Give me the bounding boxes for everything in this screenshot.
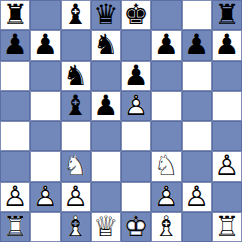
piece-fill: ♟ (182, 30, 212, 60)
square-h2[interactable] (212, 182, 242, 212)
square-h1[interactable]: ♜♖ (212, 212, 242, 242)
piece-white-knight[interactable]: ♞♘ (61, 151, 91, 181)
piece-outline: ♘ (61, 151, 91, 181)
piece-fill: ♟ (30, 30, 60, 60)
square-f3[interactable]: ♞♘ (151, 151, 181, 181)
piece-white-bishop[interactable]: ♝♗ (151, 212, 181, 242)
piece-outline: ♕ (91, 212, 121, 242)
square-d3[interactable] (91, 151, 121, 181)
square-d1[interactable]: ♛♕ (91, 212, 121, 242)
square-b3[interactable] (30, 151, 60, 181)
piece-fill: ♟ (0, 30, 30, 60)
piece-white-pawn[interactable]: ♟♙ (212, 151, 242, 181)
square-f7[interactable]: ♟ (151, 30, 181, 60)
piece-black-knight[interactable]: ♞ (91, 30, 121, 60)
piece-outline: ♖ (212, 212, 242, 242)
square-h8[interactable]: ♜ (212, 0, 242, 30)
square-f2[interactable]: ♟♙ (151, 182, 181, 212)
square-e1[interactable]: ♚♔ (121, 212, 151, 242)
square-e5[interactable]: ♟♙ (121, 91, 151, 121)
square-b1[interactable] (30, 212, 60, 242)
piece-outline: ♗ (151, 212, 181, 242)
piece-black-queen[interactable]: ♛ (91, 0, 121, 30)
square-c3[interactable]: ♞♘ (61, 151, 91, 181)
square-d5[interactable]: ♟ (91, 91, 121, 121)
square-g3[interactable] (182, 151, 212, 181)
square-h7[interactable]: ♟ (212, 30, 242, 60)
square-g2[interactable]: ♟♙ (182, 182, 212, 212)
square-c7[interactable] (61, 30, 91, 60)
square-e3[interactable] (121, 151, 151, 181)
piece-white-queen[interactable]: ♛♕ (91, 212, 121, 242)
square-b7[interactable]: ♟ (30, 30, 60, 60)
square-d4[interactable] (91, 121, 121, 151)
square-g8[interactable] (182, 0, 212, 30)
square-b4[interactable] (30, 121, 60, 151)
square-h4[interactable] (212, 121, 242, 151)
square-f8[interactable] (151, 0, 181, 30)
piece-fill: ♟ (91, 91, 121, 121)
square-b8[interactable] (30, 0, 60, 30)
square-g7[interactable]: ♟ (182, 30, 212, 60)
piece-white-pawn[interactable]: ♟♙ (151, 182, 181, 212)
piece-outline: ♙ (151, 182, 181, 212)
piece-black-pawn[interactable]: ♟ (212, 30, 242, 60)
piece-white-pawn[interactable]: ♟♙ (182, 182, 212, 212)
square-f1[interactable]: ♝♗ (151, 212, 181, 242)
square-a4[interactable] (0, 121, 30, 151)
square-a3[interactable] (0, 151, 30, 181)
square-f6[interactable] (151, 61, 181, 91)
square-c6[interactable]: ♞ (61, 61, 91, 91)
piece-black-rook[interactable]: ♜ (212, 0, 242, 30)
square-c2[interactable]: ♟♙ (61, 182, 91, 212)
piece-outline: ♙ (212, 151, 242, 181)
piece-black-pawn[interactable]: ♟ (91, 91, 121, 121)
chess-board: ♜♝♛♚♜♟♟♞♟♟♟♞♟♝♟♟♙♞♘♞♘♟♙♟♙♟♙♟♙♟♙♟♙♜♖♝♗♛♕♚… (0, 0, 242, 242)
square-c5[interactable]: ♝ (61, 91, 91, 121)
piece-fill: ♜ (0, 0, 30, 30)
square-a2[interactable]: ♟♙ (0, 182, 30, 212)
piece-fill: ♟ (121, 61, 151, 91)
piece-black-bishop[interactable]: ♝ (61, 91, 91, 121)
square-a1[interactable]: ♜♖ (0, 212, 30, 242)
piece-white-pawn[interactable]: ♟♙ (30, 182, 60, 212)
piece-outline: ♙ (61, 182, 91, 212)
square-a6[interactable] (0, 61, 30, 91)
square-e7[interactable] (121, 30, 151, 60)
piece-white-pawn[interactable]: ♟♙ (61, 182, 91, 212)
piece-fill: ♞ (91, 30, 121, 60)
square-f5[interactable] (151, 91, 181, 121)
piece-black-knight[interactable]: ♞ (61, 61, 91, 91)
piece-white-bishop[interactable]: ♝♗ (61, 212, 91, 242)
piece-outline: ♙ (121, 91, 151, 121)
piece-white-rook[interactable]: ♜♖ (0, 212, 30, 242)
square-e6[interactable]: ♟ (121, 61, 151, 91)
piece-fill: ♝ (61, 0, 91, 30)
square-c4[interactable] (61, 121, 91, 151)
square-f4[interactable] (151, 121, 181, 151)
square-e2[interactable] (121, 182, 151, 212)
square-e4[interactable] (121, 121, 151, 151)
square-d7[interactable]: ♞ (91, 30, 121, 60)
square-d8[interactable]: ♛ (91, 0, 121, 30)
piece-outline: ♔ (121, 212, 151, 242)
piece-black-pawn[interactable]: ♟ (121, 61, 151, 91)
square-g4[interactable] (182, 121, 212, 151)
piece-outline: ♙ (182, 182, 212, 212)
piece-black-pawn[interactable]: ♟ (30, 30, 60, 60)
square-a5[interactable] (0, 91, 30, 121)
piece-outline: ♙ (0, 182, 30, 212)
piece-black-king[interactable]: ♚ (121, 0, 151, 30)
piece-white-rook[interactable]: ♜♖ (212, 212, 242, 242)
piece-black-pawn[interactable]: ♟ (182, 30, 212, 60)
square-g1[interactable] (182, 212, 212, 242)
piece-white-king[interactable]: ♚♔ (121, 212, 151, 242)
piece-fill: ♝ (61, 91, 91, 121)
square-h6[interactable] (212, 61, 242, 91)
piece-fill: ♛ (91, 0, 121, 30)
piece-fill: ♚ (121, 0, 151, 30)
square-e8[interactable]: ♚ (121, 0, 151, 30)
piece-fill: ♜ (212, 0, 242, 30)
piece-fill: ♟ (151, 30, 181, 60)
square-b6[interactable] (30, 61, 60, 91)
square-h5[interactable] (212, 91, 242, 121)
square-d2[interactable] (91, 182, 121, 212)
square-d6[interactable] (91, 61, 121, 91)
piece-outline: ♘ (151, 151, 181, 181)
square-g6[interactable] (182, 61, 212, 91)
square-b5[interactable] (30, 91, 60, 121)
piece-black-pawn[interactable]: ♟ (151, 30, 181, 60)
piece-outline: ♖ (0, 212, 30, 242)
piece-black-pawn[interactable]: ♟ (0, 30, 30, 60)
piece-white-knight[interactable]: ♞♘ (151, 151, 181, 181)
piece-black-bishop[interactable]: ♝ (61, 0, 91, 30)
square-c8[interactable]: ♝ (61, 0, 91, 30)
piece-white-pawn[interactable]: ♟♙ (0, 182, 30, 212)
piece-outline: ♗ (61, 212, 91, 242)
piece-black-rook[interactable]: ♜ (0, 0, 30, 30)
piece-fill: ♞ (61, 61, 91, 91)
square-h3[interactable]: ♟♙ (212, 151, 242, 181)
square-c1[interactable]: ♝♗ (61, 212, 91, 242)
square-b2[interactable]: ♟♙ (30, 182, 60, 212)
square-a7[interactable]: ♟ (0, 30, 30, 60)
piece-white-pawn[interactable]: ♟♙ (121, 91, 151, 121)
square-g5[interactable] (182, 91, 212, 121)
piece-fill: ♟ (212, 30, 242, 60)
square-a8[interactable]: ♜ (0, 0, 30, 30)
piece-outline: ♙ (30, 182, 60, 212)
